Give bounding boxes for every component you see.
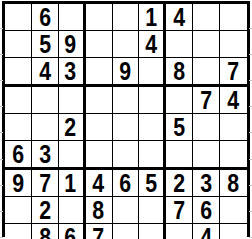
- cell-r4c6[interactable]: [139, 87, 166, 114]
- given-digit: 2: [39, 197, 51, 223]
- given-digit: 3: [200, 170, 212, 196]
- gridline-stub: [249, 185, 252, 186]
- cell-r5c3[interactable]: 2: [59, 114, 86, 141]
- given-digit: 4: [200, 224, 212, 239]
- given-digit: 3: [39, 141, 51, 167]
- cell-r3c2[interactable]: 4: [32, 58, 59, 87]
- gridline-stub: [0, 28, 3, 29]
- cell-r8c4[interactable]: 8: [86, 197, 113, 224]
- cell-r9c7[interactable]: [166, 224, 193, 239]
- cell-r6c2[interactable]: 3: [32, 141, 59, 170]
- given-digit: 9: [120, 58, 132, 84]
- cell-r5c2[interactable]: [32, 114, 59, 141]
- cell-r4c2[interactable]: [32, 87, 59, 114]
- given-digit: 6: [65, 224, 77, 239]
- cell-r8c8[interactable]: 6: [193, 197, 220, 224]
- gridline-stub: [0, 237, 3, 238]
- cell-r1c4[interactable]: [86, 4, 113, 31]
- given-digit: 1: [145, 4, 157, 30]
- cell-r9c1[interactable]: [5, 224, 32, 239]
- gridline-stub: [0, 132, 3, 133]
- cell-r9c2[interactable]: 8: [32, 224, 59, 239]
- cell-r8c2[interactable]: 2: [32, 197, 59, 224]
- given-digit: 7: [39, 170, 51, 196]
- cell-r5c8[interactable]: [193, 114, 220, 141]
- given-digit: 1: [65, 170, 77, 196]
- cell-r1c5[interactable]: [113, 4, 140, 31]
- cell-r7c7[interactable]: 2: [166, 170, 193, 197]
- given-digit: 4: [173, 4, 185, 30]
- cell-r3c6[interactable]: [139, 58, 166, 87]
- given-digit: 4: [39, 58, 51, 84]
- gridline-stub: [249, 54, 252, 55]
- given-digit: 9: [12, 170, 24, 196]
- cell-r8c5[interactable]: [113, 197, 140, 224]
- gridline-stub: [0, 159, 3, 160]
- cell-r5c7[interactable]: 5: [166, 114, 193, 141]
- gridline-stub: [249, 159, 252, 160]
- given-digit: 8: [173, 58, 185, 84]
- given-digit: 6: [120, 170, 132, 196]
- given-digit: 7: [93, 224, 105, 239]
- spreadsheet-background: 6145944398774256397146523828768674: [0, 0, 252, 239]
- cell-r2c5[interactable]: [113, 31, 140, 58]
- cell-r3c5[interactable]: 9: [113, 58, 140, 87]
- cell-r4c8[interactable]: 7: [193, 87, 220, 114]
- given-digit: 2: [65, 114, 77, 140]
- gridline-stub: [0, 80, 3, 81]
- cell-r3c9[interactable]: 7: [220, 58, 247, 87]
- cell-r7c6[interactable]: 5: [139, 170, 166, 197]
- cell-r3c4[interactable]: [86, 58, 113, 87]
- cell-r1c7[interactable]: 4: [166, 4, 193, 31]
- given-digit: 8: [228, 170, 240, 196]
- cell-r9c5[interactable]: [113, 224, 140, 239]
- given-digit: 8: [39, 224, 51, 239]
- given-digit: 4: [93, 170, 105, 196]
- cell-r7c1[interactable]: 9: [5, 170, 32, 197]
- given-digit: 2: [173, 170, 185, 196]
- cell-r8c1[interactable]: [5, 197, 32, 224]
- sudoku-board: 6145944398774256397146523828768674: [2, 1, 250, 237]
- cell-r9c8[interactable]: 4: [193, 224, 220, 239]
- cell-r8c6[interactable]: [139, 197, 166, 224]
- cell-r2c3[interactable]: 9: [59, 31, 86, 58]
- given-digit: 5: [173, 114, 185, 140]
- given-digit: 7: [228, 58, 240, 84]
- cell-r7c9[interactable]: 8: [220, 170, 247, 197]
- cell-r4c7[interactable]: [166, 87, 193, 114]
- cell-r8c7[interactable]: 7: [166, 197, 193, 224]
- cell-r5c9[interactable]: [220, 114, 247, 141]
- cell-r1c2[interactable]: 6: [32, 4, 59, 31]
- given-digit: 4: [145, 31, 157, 57]
- cell-r3c7[interactable]: 8: [166, 58, 193, 87]
- cell-r9c6[interactable]: [139, 224, 166, 239]
- cell-r3c1[interactable]: [5, 58, 32, 87]
- cell-r4c9[interactable]: 4: [220, 87, 247, 114]
- cell-r4c1[interactable]: [5, 87, 32, 114]
- cell-r5c6[interactable]: [139, 114, 166, 141]
- cell-r9c4[interactable]: 7: [86, 224, 113, 239]
- cell-r5c5[interactable]: [113, 114, 140, 141]
- given-digit: 6: [12, 141, 24, 167]
- cell-r6c7[interactable]: [166, 141, 193, 170]
- cell-r7c3[interactable]: 1: [59, 170, 86, 197]
- cell-r2c8[interactable]: [193, 31, 220, 58]
- cell-r1c1[interactable]: [5, 4, 32, 31]
- cell-r6c4[interactable]: [86, 141, 113, 170]
- given-digit: 4: [228, 87, 240, 113]
- cell-r9c3[interactable]: 6: [59, 224, 86, 239]
- cell-r9c9[interactable]: [220, 224, 247, 239]
- cell-r1c3[interactable]: [59, 4, 86, 31]
- cell-r7c8[interactable]: 3: [193, 170, 220, 197]
- given-digit: 8: [93, 197, 105, 223]
- cell-r1c8[interactable]: [193, 4, 220, 31]
- cell-r1c6[interactable]: 1: [139, 4, 166, 31]
- cell-r2c1[interactable]: [5, 31, 32, 58]
- given-digit: 9: [65, 31, 77, 57]
- gridline-stub: [249, 132, 252, 133]
- cell-r8c3[interactable]: [59, 197, 86, 224]
- cell-r7c5[interactable]: 6: [113, 170, 140, 197]
- given-digit: 7: [173, 197, 185, 223]
- cell-r6c1[interactable]: 6: [5, 141, 32, 170]
- cell-r6c3[interactable]: [59, 141, 86, 170]
- gridline-stub: [249, 80, 252, 81]
- gridline-stub: [0, 185, 3, 186]
- given-digit: 3: [65, 58, 77, 84]
- cell-r6c9[interactable]: [220, 141, 247, 170]
- cell-r2c4[interactable]: [86, 31, 113, 58]
- cell-r7c2[interactable]: 7: [32, 170, 59, 197]
- gridline-stub: [249, 28, 252, 29]
- cell-r4c5[interactable]: [113, 87, 140, 114]
- given-digit: 7: [200, 87, 212, 113]
- given-digit: 5: [39, 31, 51, 57]
- cell-r5c4[interactable]: [86, 114, 113, 141]
- gridline-stub: [0, 211, 3, 212]
- gridline-stub: [0, 54, 3, 55]
- given-digit: 6: [200, 197, 212, 223]
- cell-r4c4[interactable]: [86, 87, 113, 114]
- gridline-stub: [249, 106, 252, 107]
- cell-r2c2[interactable]: 5: [32, 31, 59, 58]
- cell-r3c8[interactable]: [193, 58, 220, 87]
- cell-r7c4[interactable]: 4: [86, 170, 113, 197]
- gridline-stub: [249, 237, 252, 238]
- cell-r1c9[interactable]: [220, 4, 247, 31]
- gridline-stub: [249, 211, 252, 212]
- cell-r4c3[interactable]: [59, 87, 86, 114]
- given-digit: 5: [145, 170, 157, 196]
- gridline-stub: [0, 106, 3, 107]
- cell-r2c7[interactable]: [166, 31, 193, 58]
- cell-r5c1[interactable]: [5, 114, 32, 141]
- cell-r2c9[interactable]: [220, 31, 247, 58]
- cell-r3c3[interactable]: 3: [59, 58, 86, 87]
- cell-r6c6[interactable]: [139, 141, 166, 170]
- cell-r8c9[interactable]: [220, 197, 247, 224]
- cell-r2c6[interactable]: 4: [139, 31, 166, 58]
- cell-r6c8[interactable]: [193, 141, 220, 170]
- given-digit: 6: [39, 4, 51, 30]
- cell-r6c5[interactable]: [113, 141, 140, 170]
